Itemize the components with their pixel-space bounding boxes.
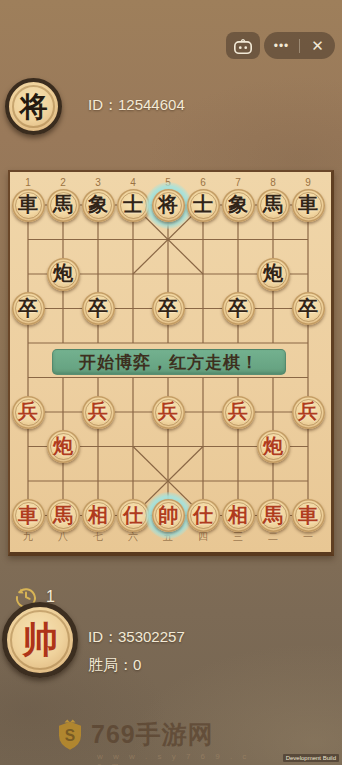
piece-red-兵[interactable]: 兵	[292, 396, 325, 429]
piece-red-車[interactable]: 車	[292, 499, 325, 532]
piece-red-炮[interactable]: 炮	[47, 430, 80, 463]
piece-black-象[interactable]: 象	[82, 189, 115, 222]
piece-black-炮[interactable]: 炮	[257, 258, 290, 291]
piece-black-卒[interactable]: 卒	[12, 292, 45, 325]
piece-char: 相	[88, 505, 108, 525]
player-piece-char: 帅	[22, 616, 58, 665]
opponent-piece-char: 将	[20, 88, 48, 126]
piece-char: 炮	[53, 436, 73, 456]
piece-char: 兵	[228, 401, 248, 421]
piece-char: 馬	[263, 505, 283, 525]
piece-char: 車	[18, 194, 38, 214]
piece-char: 卒	[298, 298, 318, 318]
piece-black-車[interactable]: 車	[12, 189, 45, 222]
piece-char: 帥	[158, 505, 178, 525]
window-controls: ••• ✕	[264, 32, 335, 59]
close-button[interactable]: ✕	[300, 38, 335, 53]
piece-char: 士	[123, 194, 143, 214]
piece-red-帥[interactable]: 帥	[152, 499, 185, 532]
game-start-banner: 开始博弈，红方走棋！	[52, 349, 286, 375]
piece-red-相[interactable]: 相	[82, 499, 115, 532]
piece-red-兵[interactable]: 兵	[82, 396, 115, 429]
piece-char: 仕	[193, 505, 213, 525]
player-id: ID：35302257	[88, 628, 185, 647]
player-wins: 胜局：0	[88, 656, 141, 675]
svg-text:S: S	[65, 727, 75, 744]
piece-red-仕[interactable]: 仕	[187, 499, 220, 532]
piece-char: 炮	[53, 263, 73, 283]
piece-black-馬[interactable]: 馬	[47, 189, 80, 222]
gamepad-icon	[232, 36, 254, 56]
watermark-site: 769手游网	[91, 718, 214, 751]
piece-black-卒[interactable]: 卒	[222, 292, 255, 325]
piece-char: 象	[88, 194, 108, 214]
piece-char: 士	[193, 194, 213, 214]
piece-char: 兵	[158, 401, 178, 421]
piece-char: 兵	[298, 401, 318, 421]
more-button[interactable]: •••	[264, 40, 299, 52]
piece-black-卒[interactable]: 卒	[82, 292, 115, 325]
opponent-avatar[interactable]: 将	[5, 78, 62, 135]
piece-char: 将	[158, 194, 178, 214]
piece-red-兵[interactable]: 兵	[222, 396, 255, 429]
watermark-url: w w w . s y 7 6 9 . c o m	[97, 752, 265, 765]
piece-black-士[interactable]: 士	[117, 189, 150, 222]
piece-char: 炮	[263, 436, 283, 456]
piece-black-卒[interactable]: 卒	[292, 292, 325, 325]
piece-char: 馬	[53, 194, 73, 214]
shield-logo-icon: S	[55, 718, 85, 751]
piece-black-馬[interactable]: 馬	[257, 189, 290, 222]
piece-black-将[interactable]: 将	[152, 189, 185, 222]
piece-char: 車	[18, 505, 38, 525]
piece-char: 卒	[158, 298, 178, 318]
dev-build-tag: Development Build	[283, 754, 339, 762]
piece-char: 炮	[263, 263, 283, 283]
piece-black-炮[interactable]: 炮	[47, 258, 80, 291]
opponent-id: ID：12544604	[88, 96, 185, 115]
piece-char: 馬	[263, 194, 283, 214]
piece-char: 兵	[88, 401, 108, 421]
piece-black-車[interactable]: 車	[292, 189, 325, 222]
piece-red-仕[interactable]: 仕	[117, 499, 150, 532]
piece-red-相[interactable]: 相	[222, 499, 255, 532]
piece-black-卒[interactable]: 卒	[152, 292, 185, 325]
piece-char: 相	[228, 505, 248, 525]
piece-char: 車	[298, 194, 318, 214]
player-avatar[interactable]: 帅	[2, 602, 78, 678]
piece-black-象[interactable]: 象	[222, 189, 255, 222]
piece-char: 兵	[18, 401, 38, 421]
piece-red-車[interactable]: 車	[12, 499, 45, 532]
piece-char: 馬	[53, 505, 73, 525]
piece-red-兵[interactable]: 兵	[12, 396, 45, 429]
piece-char: 仕	[123, 505, 143, 525]
watermark: S 769手游网 w w w . s y 7 6 9 . c o m	[55, 718, 265, 765]
game-mode-button[interactable]	[226, 32, 260, 59]
piece-red-馬[interactable]: 馬	[257, 499, 290, 532]
piece-red-炮[interactable]: 炮	[257, 430, 290, 463]
piece-red-兵[interactable]: 兵	[152, 396, 185, 429]
piece-char: 車	[298, 505, 318, 525]
piece-char: 卒	[18, 298, 38, 318]
piece-char: 卒	[228, 298, 248, 318]
piece-char: 象	[228, 194, 248, 214]
piece-red-馬[interactable]: 馬	[47, 499, 80, 532]
xiangqi-app-screen: ••• ✕ 将 ID：12544604 123456789九八七六五四三二一 車…	[0, 0, 342, 765]
xiangqi-board[interactable]: 123456789九八七六五四三二一 車馬象士将士象馬車炮炮卒卒卒卒卒兵兵兵兵兵…	[8, 170, 334, 556]
piece-char: 卒	[88, 298, 108, 318]
piece-black-士[interactable]: 士	[187, 189, 220, 222]
